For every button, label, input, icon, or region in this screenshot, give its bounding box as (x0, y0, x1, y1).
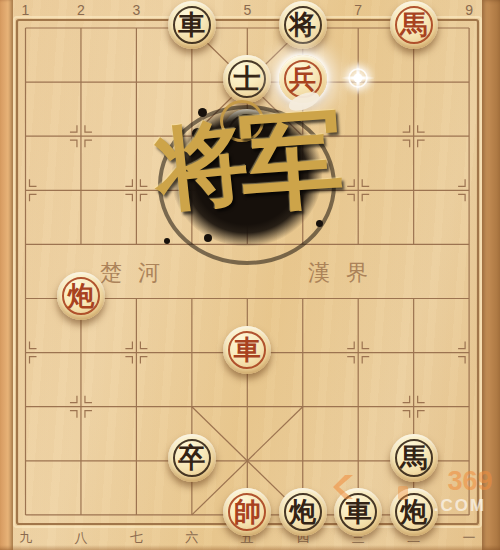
piece-glyph: 炮 (279, 488, 327, 536)
piece-black-卒[interactable]: 卒 (168, 434, 216, 482)
ink-splatter-dot (198, 108, 207, 117)
watermark-white-text: .COM (434, 496, 486, 516)
piece-glyph: 将 (279, 1, 327, 49)
file-label-top-1: 1 (22, 2, 30, 18)
file-label-top-3: 3 (132, 2, 140, 18)
file-label-top-5: 5 (243, 2, 251, 18)
ink-splatter-dot (192, 128, 203, 139)
file-label-top-9: 9 (465, 2, 473, 18)
piece-black-炮[interactable]: 炮 (279, 488, 327, 536)
piece-glyph: 馬 (390, 1, 438, 49)
piece-glyph: 車 (223, 326, 271, 374)
piece-red-炮[interactable]: 炮 (57, 272, 105, 320)
file-label-top-2: 2 (77, 2, 85, 18)
piece-black-象[interactable]: 象 (223, 109, 271, 157)
piece-red-兵[interactable]: 兵 (279, 55, 327, 103)
file-label-top-7: 7 (354, 2, 362, 18)
piece-black-車[interactable]: 車 (168, 1, 216, 49)
ink-splatter-dot (164, 238, 170, 244)
board-bottom-edge (0, 545, 500, 550)
xiangqi-app: 123456789 九八七六五四三二一 楚河 漢界 車将馬士兵象炮車卒馬帥炮車炮… (0, 0, 500, 550)
river-label-left: 楚河 (100, 258, 176, 288)
piece-red-馬[interactable]: 馬 (390, 1, 438, 49)
piece-glyph: 車 (168, 1, 216, 49)
piece-black-将[interactable]: 将 (279, 1, 327, 49)
piece-glyph: 兵 (279, 55, 327, 103)
ink-splatter-dot (316, 220, 323, 227)
board-right-edge (482, 0, 500, 550)
piece-black-馬[interactable]: 馬 (390, 434, 438, 482)
piece-glyph: 帥 (223, 488, 271, 536)
piece-black-炮[interactable]: 炮 (390, 488, 438, 536)
river-label-right: 漢界 (308, 258, 384, 288)
piece-glyph: 馬 (390, 434, 438, 482)
ink-splatter-dot (204, 234, 212, 242)
piece-glyph: 車 (334, 488, 382, 536)
piece-glyph: 士 (223, 55, 271, 103)
board-left-edge (0, 0, 13, 550)
piece-black-車[interactable]: 車 (334, 488, 382, 536)
piece-red-車[interactable]: 車 (223, 326, 271, 374)
piece-glyph: 象 (223, 109, 271, 157)
last-move-origin-sparkle-icon (338, 58, 378, 98)
piece-red-帥[interactable]: 帥 (223, 488, 271, 536)
piece-black-士[interactable]: 士 (223, 55, 271, 103)
piece-glyph: 卒 (168, 434, 216, 482)
piece-glyph: 炮 (390, 488, 438, 536)
piece-glyph: 炮 (57, 272, 105, 320)
